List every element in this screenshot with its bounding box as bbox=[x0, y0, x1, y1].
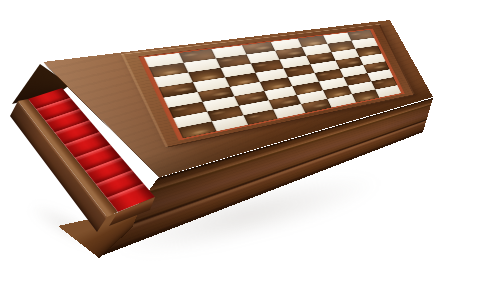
scene bbox=[0, 0, 480, 290]
